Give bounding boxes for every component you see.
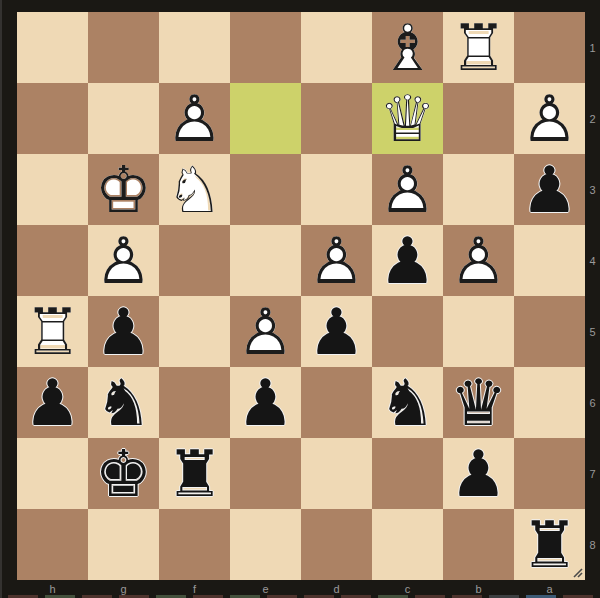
square-b2[interactable] (443, 83, 514, 154)
white-piece-outline: ♙ (372, 154, 443, 225)
black-pawn[interactable]: ♟ (88, 296, 159, 367)
black-king[interactable]: ♚ (88, 438, 159, 509)
square-h5[interactable]: ♜♖ (17, 296, 88, 367)
black-piece-fill: ♟ (514, 154, 585, 225)
white-piece-outline: ♖ (17, 296, 88, 367)
square-d1[interactable] (301, 12, 372, 83)
square-b5[interactable] (443, 296, 514, 367)
square-g7[interactable]: ♚ (88, 438, 159, 509)
black-piece-fill: ♞ (88, 367, 159, 438)
black-pawn[interactable]: ♟ (514, 154, 585, 225)
square-d6[interactable] (301, 367, 372, 438)
black-rook[interactable]: ♜ (159, 438, 230, 509)
square-b6[interactable]: ♛ (443, 367, 514, 438)
square-e8[interactable] (230, 509, 301, 580)
white-piece-outline: ♗ (372, 12, 443, 83)
black-piece-fill: ♟ (230, 367, 301, 438)
rank-label-1: 1 (585, 12, 600, 83)
square-c3[interactable]: ♟♙ (372, 154, 443, 225)
square-a2[interactable]: ♟♙ (514, 83, 585, 154)
white-pawn[interactable]: ♟♙ (88, 225, 159, 296)
white-king[interactable]: ♚♔ (88, 154, 159, 225)
white-queen[interactable]: ♛♕ (372, 83, 443, 154)
black-pawn[interactable]: ♟ (230, 367, 301, 438)
square-f5[interactable] (159, 296, 230, 367)
rank-label-6: 6 (585, 367, 600, 438)
square-g5[interactable]: ♟ (88, 296, 159, 367)
square-b8[interactable] (443, 509, 514, 580)
square-h4[interactable] (17, 225, 88, 296)
square-d8[interactable] (301, 509, 372, 580)
file-label-c: c (372, 582, 443, 596)
file-label-f: f (159, 582, 230, 596)
resize-handle-icon[interactable] (571, 566, 584, 579)
white-knight[interactable]: ♞♘ (159, 154, 230, 225)
square-f2[interactable]: ♟♙ (159, 83, 230, 154)
white-rook[interactable]: ♜♖ (443, 12, 514, 83)
square-c1[interactable]: ♝♗ (372, 12, 443, 83)
white-rook[interactable]: ♜♖ (17, 296, 88, 367)
square-f1[interactable] (159, 12, 230, 83)
black-piece-fill: ♟ (443, 438, 514, 509)
black-pawn[interactable]: ♟ (372, 225, 443, 296)
square-d4[interactable]: ♟♙ (301, 225, 372, 296)
white-pawn[interactable]: ♟♙ (301, 225, 372, 296)
white-pawn[interactable]: ♟♙ (443, 225, 514, 296)
square-h6[interactable]: ♟ (17, 367, 88, 438)
rank-labels: 12345678 (585, 12, 600, 580)
rank-label-3: 3 (585, 154, 600, 225)
square-f4[interactable] (159, 225, 230, 296)
black-piece-fill: ♟ (301, 296, 372, 367)
black-piece-fill: ♟ (17, 367, 88, 438)
file-label-a: a (514, 582, 585, 596)
square-h3[interactable] (17, 154, 88, 225)
square-c2[interactable]: ♛♕ (372, 83, 443, 154)
square-e6[interactable]: ♟ (230, 367, 301, 438)
square-h7[interactable] (17, 438, 88, 509)
square-e7[interactable] (230, 438, 301, 509)
square-b4[interactable]: ♟♙ (443, 225, 514, 296)
square-a1[interactable] (514, 12, 585, 83)
black-piece-fill: ♞ (372, 367, 443, 438)
square-g3[interactable]: ♚♔ (88, 154, 159, 225)
white-pawn[interactable]: ♟♙ (514, 83, 585, 154)
square-f7[interactable]: ♜ (159, 438, 230, 509)
chess-board[interactable]: ♝♗♜♖♟♙♛♕♟♙♚♔♞♘♟♙♟♟♙♟♙♟♟♙♜♖♟♟♙♟♟♞♟♞♛♚♜♟♜ (17, 12, 585, 580)
square-c8[interactable] (372, 509, 443, 580)
white-pawn[interactable]: ♟♙ (372, 154, 443, 225)
white-pawn[interactable]: ♟♙ (159, 83, 230, 154)
square-f3[interactable]: ♞♘ (159, 154, 230, 225)
square-e1[interactable] (230, 12, 301, 83)
square-c4[interactable]: ♟ (372, 225, 443, 296)
white-piece-outline: ♘ (159, 154, 230, 225)
white-piece-outline: ♙ (301, 225, 372, 296)
square-h2[interactable] (17, 83, 88, 154)
white-piece-outline: ♙ (88, 225, 159, 296)
rank-label-2: 2 (585, 83, 600, 154)
rank-label-5: 5 (585, 296, 600, 367)
square-f6[interactable] (159, 367, 230, 438)
white-pawn[interactable]: ♟♙ (230, 296, 301, 367)
white-piece-outline: ♖ (443, 12, 514, 83)
square-g8[interactable] (88, 509, 159, 580)
rank-label-7: 7 (585, 438, 600, 509)
file-label-h: h (17, 582, 88, 596)
square-b1[interactable]: ♜♖ (443, 12, 514, 83)
square-g2[interactable] (88, 83, 159, 154)
square-b7[interactable]: ♟ (443, 438, 514, 509)
file-label-b: b (443, 582, 514, 596)
square-d5[interactable]: ♟ (301, 296, 372, 367)
chess-app-window: ♝♗♜♖♟♙♛♕♟♙♚♔♞♘♟♙♟♟♙♟♙♟♟♙♜♖♟♟♙♟♟♞♟♞♛♚♜♟♜ … (0, 0, 600, 598)
white-bishop[interactable]: ♝♗ (372, 12, 443, 83)
square-d3[interactable] (301, 154, 372, 225)
black-piece-fill: ♜ (159, 438, 230, 509)
square-h8[interactable] (17, 509, 88, 580)
file-label-e: e (230, 582, 301, 596)
rank-label-4: 4 (585, 225, 600, 296)
square-a3[interactable]: ♟ (514, 154, 585, 225)
white-piece-outline: ♔ (88, 154, 159, 225)
white-piece-outline: ♙ (159, 83, 230, 154)
white-piece-outline: ♕ (372, 83, 443, 154)
white-piece-outline: ♙ (443, 225, 514, 296)
square-g1[interactable] (88, 12, 159, 83)
square-c7[interactable] (372, 438, 443, 509)
black-pawn[interactable]: ♟ (17, 367, 88, 438)
square-e5[interactable]: ♟♙ (230, 296, 301, 367)
square-e3[interactable] (230, 154, 301, 225)
square-c6[interactable]: ♞ (372, 367, 443, 438)
square-g4[interactable]: ♟♙ (88, 225, 159, 296)
square-c5[interactable] (372, 296, 443, 367)
white-piece-outline: ♙ (514, 83, 585, 154)
square-g6[interactable]: ♞ (88, 367, 159, 438)
rank-label-8: 8 (585, 509, 600, 580)
black-pawn[interactable]: ♟ (443, 438, 514, 509)
black-knight[interactable]: ♞ (88, 367, 159, 438)
file-label-g: g (88, 582, 159, 596)
black-piece-fill: ♚ (88, 438, 159, 509)
square-h1[interactable] (17, 12, 88, 83)
file-label-d: d (301, 582, 372, 596)
black-pawn[interactable]: ♟ (301, 296, 372, 367)
black-piece-fill: ♛ (443, 367, 514, 438)
square-a6[interactable] (514, 367, 585, 438)
black-piece-fill: ♟ (88, 296, 159, 367)
file-labels: hgfedcba (17, 582, 585, 596)
square-a5[interactable] (514, 296, 585, 367)
square-d2[interactable] (301, 83, 372, 154)
square-a7[interactable] (514, 438, 585, 509)
square-b3[interactable] (443, 154, 514, 225)
white-piece-outline: ♙ (230, 296, 301, 367)
black-piece-fill: ♟ (372, 225, 443, 296)
black-knight[interactable]: ♞ (372, 367, 443, 438)
square-e4[interactable] (230, 225, 301, 296)
square-d7[interactable] (301, 438, 372, 509)
black-queen[interactable]: ♛ (443, 367, 514, 438)
frame-left-edge (0, 0, 2, 598)
square-a4[interactable] (514, 225, 585, 296)
square-e2[interactable] (230, 83, 301, 154)
square-f8[interactable] (159, 509, 230, 580)
